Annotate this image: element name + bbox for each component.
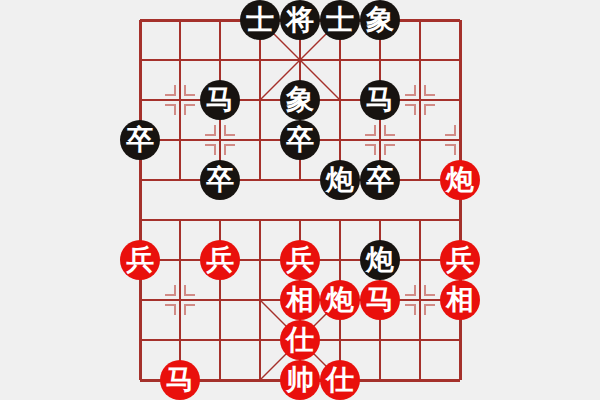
black-advisor[interactable]: 士 — [240, 0, 280, 40]
black-advisor[interactable]: 士 — [320, 0, 360, 40]
red-elephant[interactable]: 相 — [440, 280, 480, 320]
black-cannon[interactable]: 炮 — [360, 240, 400, 280]
black-soldier[interactable]: 卒 — [280, 120, 320, 160]
black-elephant[interactable]: 象 — [360, 0, 400, 40]
black-soldier[interactable]: 卒 — [200, 160, 240, 200]
black-cannon[interactable]: 炮 — [320, 160, 360, 200]
red-elephant[interactable]: 相 — [280, 280, 320, 320]
black-horse[interactable]: 马 — [200, 80, 240, 120]
red-cannon[interactable]: 炮 — [320, 280, 360, 320]
red-horse[interactable]: 马 — [160, 360, 200, 400]
black-elephant[interactable]: 象 — [280, 80, 320, 120]
red-cannon[interactable]: 炮 — [440, 160, 480, 200]
red-soldier[interactable]: 兵 — [440, 240, 480, 280]
black-soldier[interactable]: 卒 — [120, 120, 160, 160]
black-general[interactable]: 将 — [280, 0, 320, 40]
red-horse[interactable]: 马 — [360, 280, 400, 320]
xiangqi-board: 士将士象马象马卒卒卒炮卒炮兵兵兵炮兵相炮马相仕马帅仕 — [0, 0, 600, 400]
red-advisor[interactable]: 仕 — [320, 360, 360, 400]
pieces-layer: 士将士象马象马卒卒卒炮卒炮兵兵兵炮兵相炮马相仕马帅仕 — [120, 0, 480, 400]
red-advisor[interactable]: 仕 — [280, 320, 320, 360]
red-soldier[interactable]: 兵 — [280, 240, 320, 280]
red-general[interactable]: 帅 — [280, 360, 320, 400]
black-soldier[interactable]: 卒 — [360, 160, 400, 200]
black-horse[interactable]: 马 — [360, 80, 400, 120]
red-soldier[interactable]: 兵 — [120, 240, 160, 280]
red-soldier[interactable]: 兵 — [200, 240, 240, 280]
